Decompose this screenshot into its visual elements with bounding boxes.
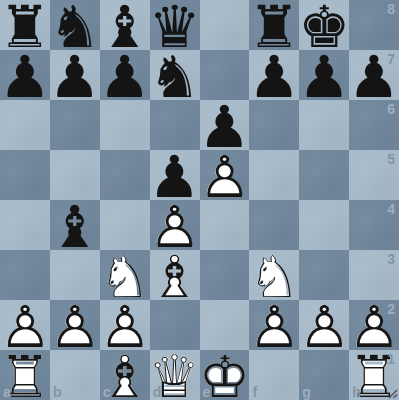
piece-black-pawn[interactable]: ♟: [349, 50, 399, 100]
square-g4[interactable]: [299, 200, 349, 250]
square-a7[interactable]: ♟: [0, 50, 50, 100]
piece-white-pawn[interactable]: ♟♙: [200, 150, 250, 200]
square-f5[interactable]: [249, 150, 299, 200]
piece-glyph-outline: ♔: [200, 352, 250, 400]
square-a4[interactable]: [0, 200, 50, 250]
file-label-b: b: [53, 385, 62, 399]
rank-label-8: 8: [387, 2, 395, 16]
piece-glyph: ♟: [0, 52, 50, 102]
square-d7[interactable]: ♞: [150, 50, 200, 100]
piece-black-pawn[interactable]: ♟: [0, 50, 50, 100]
piece-glyph-outline: ♗: [150, 252, 200, 302]
piece-glyph-outline: ♙: [200, 152, 250, 202]
square-g5[interactable]: [299, 150, 349, 200]
piece-glyph: ♞: [150, 52, 200, 102]
piece-white-pawn[interactable]: ♟♙: [50, 300, 100, 350]
piece-glyph: ♝: [50, 202, 100, 252]
square-b7[interactable]: ♟: [50, 50, 100, 100]
chess-board: ♜♞♝♛♜♚8♟♟♟♞♟♟7♟♟6♟♟♙5♝♟♙4♞♘♝♗♞♘3♟♙♟♙♟♙♟♙…: [0, 0, 399, 400]
square-g7[interactable]: ♟: [299, 50, 349, 100]
square-f2[interactable]: ♟♙: [249, 300, 299, 350]
square-d1[interactable]: d♛♕: [150, 350, 200, 400]
piece-white-pawn[interactable]: ♟♙: [299, 300, 349, 350]
piece-black-pawn[interactable]: ♟: [100, 50, 150, 100]
piece-white-pawn[interactable]: ♟♙: [249, 300, 299, 350]
square-g2[interactable]: ♟♙: [299, 300, 349, 350]
square-d3[interactable]: ♝♗: [150, 250, 200, 300]
square-h5[interactable]: 5: [349, 150, 399, 200]
square-a5[interactable]: [0, 150, 50, 200]
piece-glyph-outline: ♙: [249, 302, 299, 352]
piece-glyph: ♟: [100, 52, 150, 102]
rank-label-3: 3: [387, 252, 395, 266]
square-a1[interactable]: a♜♖: [0, 350, 50, 400]
piece-glyph: ♟: [249, 52, 299, 102]
file-label-f: f: [252, 385, 257, 399]
square-b4[interactable]: ♝: [50, 200, 100, 250]
rank-label-5: 5: [387, 152, 395, 166]
square-e1[interactable]: e♚♔: [200, 350, 250, 400]
chess-app-window: ♜♞♝♛♜♚8♟♟♟♞♟♟7♟♟6♟♟♙5♝♟♙4♞♘♝♗♞♘3♟♙♟♙♟♙♟♙…: [0, 0, 399, 400]
piece-black-pawn[interactable]: ♟: [299, 50, 349, 100]
piece-glyph: ♟: [299, 52, 349, 102]
square-h4[interactable]: 4: [349, 200, 399, 250]
square-h7[interactable]: 7♟: [349, 50, 399, 100]
square-e8[interactable]: [200, 0, 250, 50]
piece-glyph: ♟: [50, 52, 100, 102]
square-f7[interactable]: ♟: [249, 50, 299, 100]
piece-black-pawn[interactable]: ♟: [50, 50, 100, 100]
piece-glyph-outline: ♙: [50, 302, 100, 352]
piece-white-king[interactable]: ♚♔: [200, 350, 250, 400]
piece-black-knight[interactable]: ♞: [150, 50, 200, 100]
file-label-g: g: [302, 385, 311, 399]
piece-white-bishop[interactable]: ♝♗: [100, 350, 150, 400]
square-c1[interactable]: c♝♗: [100, 350, 150, 400]
piece-glyph-outline: ♙: [299, 302, 349, 352]
square-e5[interactable]: ♟♙: [200, 150, 250, 200]
piece-white-rook[interactable]: ♜♖: [0, 350, 50, 400]
rank-label-4: 4: [387, 202, 395, 216]
piece-black-bishop[interactable]: ♝: [50, 200, 100, 250]
piece-black-pawn[interactable]: ♟: [249, 50, 299, 100]
square-c7[interactable]: ♟: [100, 50, 150, 100]
piece-glyph: ♟: [349, 52, 399, 102]
square-b2[interactable]: ♟♙: [50, 300, 100, 350]
square-e3[interactable]: [200, 250, 250, 300]
piece-glyph-outline: ♕: [150, 352, 200, 400]
piece-white-bishop[interactable]: ♝♗: [150, 250, 200, 300]
square-c5[interactable]: [100, 150, 150, 200]
piece-glyph-outline: ♖: [0, 352, 50, 400]
piece-glyph-outline: ♗: [100, 352, 150, 400]
piece-white-queen[interactable]: ♛♕: [150, 350, 200, 400]
resize-grip-icon[interactable]: [385, 386, 398, 399]
